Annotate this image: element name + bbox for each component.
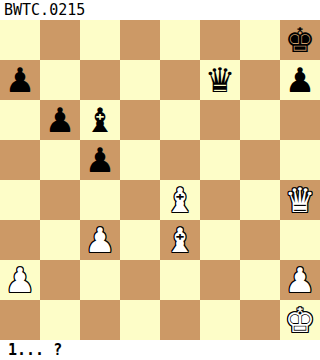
square-e4[interactable]: ♝ — [160, 180, 200, 220]
square-f4[interactable] — [200, 180, 240, 220]
square-d4[interactable] — [120, 180, 160, 220]
black-pawn[interactable]: ♟ — [85, 140, 115, 180]
move-prompt: 1... ? — [0, 340, 320, 360]
square-d2[interactable] — [120, 260, 160, 300]
square-h6[interactable] — [280, 100, 320, 140]
square-g6[interactable] — [240, 100, 280, 140]
square-c7[interactable] — [80, 60, 120, 100]
square-b8[interactable] — [40, 20, 80, 60]
square-a7[interactable]: ♟ — [0, 60, 40, 100]
square-b6[interactable]: ♟ — [40, 100, 80, 140]
square-e2[interactable] — [160, 260, 200, 300]
square-b7[interactable] — [40, 60, 80, 100]
square-f7[interactable]: ♛ — [200, 60, 240, 100]
square-f6[interactable] — [200, 100, 240, 140]
square-c5[interactable]: ♟ — [80, 140, 120, 180]
square-g5[interactable] — [240, 140, 280, 180]
square-a2[interactable]: ♟ — [0, 260, 40, 300]
square-d5[interactable] — [120, 140, 160, 180]
square-h3[interactable] — [280, 220, 320, 260]
square-e6[interactable] — [160, 100, 200, 140]
black-queen[interactable]: ♛ — [205, 60, 235, 100]
square-c6[interactable]: ♝ — [80, 100, 120, 140]
square-b2[interactable] — [40, 260, 80, 300]
square-h4[interactable]: ♛ — [280, 180, 320, 220]
square-d7[interactable] — [120, 60, 160, 100]
square-d1[interactable] — [120, 300, 160, 340]
chess-board[interactable]: ♚♟♛♟♟♝♟♝♛♟♝♟♟♚ — [0, 20, 320, 340]
white-bishop[interactable]: ♝ — [165, 220, 195, 260]
square-g4[interactable] — [240, 180, 280, 220]
square-a5[interactable] — [0, 140, 40, 180]
black-pawn[interactable]: ♟ — [285, 60, 315, 100]
square-e5[interactable] — [160, 140, 200, 180]
square-b1[interactable] — [40, 300, 80, 340]
square-a8[interactable] — [0, 20, 40, 60]
square-h7[interactable]: ♟ — [280, 60, 320, 100]
white-pawn[interactable]: ♟ — [5, 260, 35, 300]
square-h2[interactable]: ♟ — [280, 260, 320, 300]
square-c2[interactable] — [80, 260, 120, 300]
square-d8[interactable] — [120, 20, 160, 60]
black-pawn[interactable]: ♟ — [45, 100, 75, 140]
square-h1[interactable]: ♚ — [280, 300, 320, 340]
square-h8[interactable]: ♚ — [280, 20, 320, 60]
chess-puzzle-diagram: BWTC.0215 ♚♟♛♟♟♝♟♝♛♟♝♟♟♚ 1... ? — [0, 0, 320, 360]
square-f2[interactable] — [200, 260, 240, 300]
white-pawn[interactable]: ♟ — [285, 260, 315, 300]
square-g1[interactable] — [240, 300, 280, 340]
square-e7[interactable] — [160, 60, 200, 100]
square-c1[interactable] — [80, 300, 120, 340]
black-king[interactable]: ♚ — [285, 20, 315, 60]
square-c3[interactable]: ♟ — [80, 220, 120, 260]
square-h5[interactable] — [280, 140, 320, 180]
square-e1[interactable] — [160, 300, 200, 340]
white-king[interactable]: ♚ — [285, 300, 315, 340]
square-a1[interactable] — [0, 300, 40, 340]
square-a3[interactable] — [0, 220, 40, 260]
square-b3[interactable] — [40, 220, 80, 260]
square-e8[interactable] — [160, 20, 200, 60]
square-f1[interactable] — [200, 300, 240, 340]
square-f8[interactable] — [200, 20, 240, 60]
square-d6[interactable] — [120, 100, 160, 140]
white-pawn[interactable]: ♟ — [85, 220, 115, 260]
square-g8[interactable] — [240, 20, 280, 60]
square-a4[interactable] — [0, 180, 40, 220]
square-g3[interactable] — [240, 220, 280, 260]
black-pawn[interactable]: ♟ — [5, 60, 35, 100]
white-bishop[interactable]: ♝ — [165, 180, 195, 220]
square-a6[interactable] — [0, 100, 40, 140]
square-b4[interactable] — [40, 180, 80, 220]
square-f3[interactable] — [200, 220, 240, 260]
square-b5[interactable] — [40, 140, 80, 180]
square-g2[interactable] — [240, 260, 280, 300]
puzzle-id: BWTC.0215 — [0, 0, 320, 20]
black-bishop[interactable]: ♝ — [85, 100, 115, 140]
white-queen[interactable]: ♛ — [285, 180, 315, 220]
square-c4[interactable] — [80, 180, 120, 220]
square-e3[interactable]: ♝ — [160, 220, 200, 260]
square-f5[interactable] — [200, 140, 240, 180]
square-d3[interactable] — [120, 220, 160, 260]
square-g7[interactable] — [240, 60, 280, 100]
square-c8[interactable] — [80, 20, 120, 60]
